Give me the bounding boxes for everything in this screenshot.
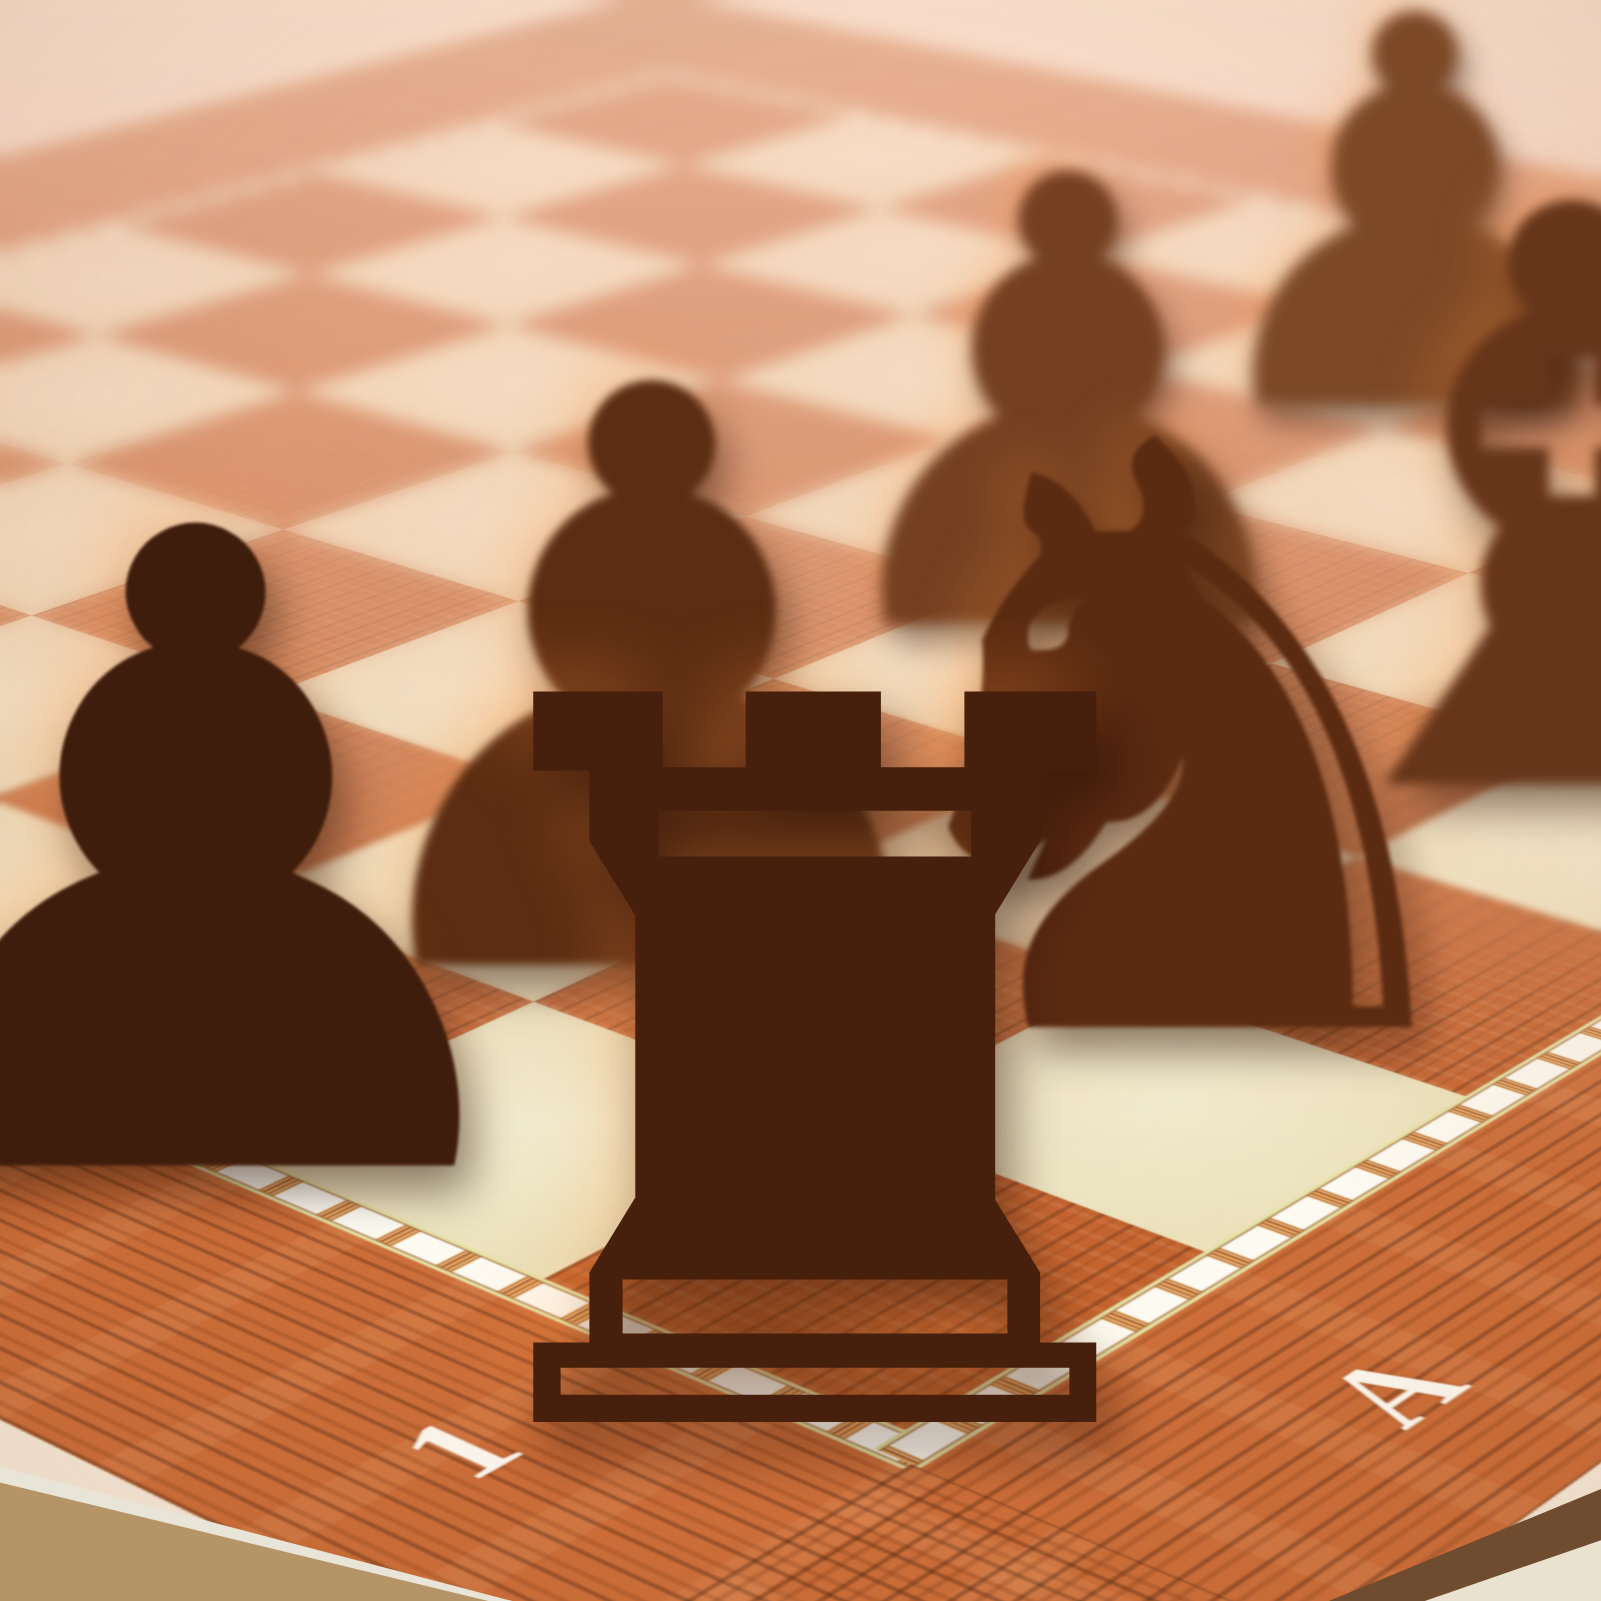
chess-photo-scene: 1 A ♜♞♝♟♟♟♟ [0,0,1601,1601]
piece-rook-a1[interactable]: ♜ [315,575,1315,1575]
pieces-layer: ♜♞♝♟♟♟♟ [0,0,1601,1601]
rook-glyph: ♜ [315,575,1315,1575]
